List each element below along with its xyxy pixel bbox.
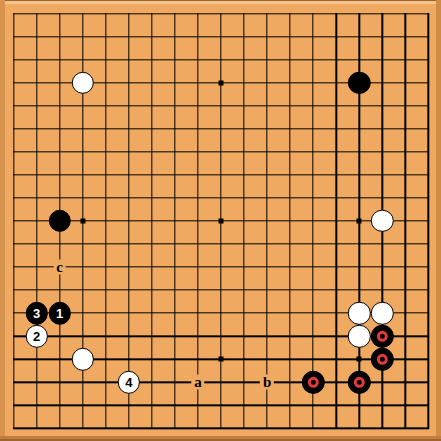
- grid-line-vertical: [289, 13, 290, 429]
- point-label-b: b: [260, 375, 274, 390]
- move-number: 3: [33, 307, 40, 320]
- stone-white-D4: [71, 348, 93, 370]
- star-point-Q10: [357, 218, 362, 223]
- go-board: 3124abc: [0, 0, 441, 441]
- star-point-D10: [80, 218, 85, 223]
- grid-line-vertical: [428, 13, 429, 429]
- grid-line-horizontal: [13, 243, 429, 244]
- stone-white-F3: 4: [118, 371, 140, 393]
- stone-white-R10: [371, 210, 393, 232]
- stone-white-R6: [371, 302, 393, 324]
- star-point-K4: [218, 357, 223, 362]
- grid-line-horizontal: [13, 428, 429, 429]
- stone-black-O3: [302, 371, 324, 393]
- stone-white-Q6: [348, 302, 370, 324]
- grid-line-horizontal: [13, 405, 429, 406]
- star-point-Q4: [357, 357, 362, 362]
- circle-mark-icon: [354, 377, 365, 388]
- board-surface: 3124abc: [0, 0, 441, 441]
- grid-line-horizontal: [13, 266, 429, 267]
- point-label-a: a: [191, 375, 205, 390]
- stone-black-Q16: [348, 71, 370, 93]
- circle-mark-icon: [377, 331, 388, 342]
- move-number: 4: [125, 376, 132, 389]
- stone-black-B6: 3: [25, 302, 47, 324]
- stone-black-Q3: [348, 371, 370, 393]
- move-number: 2: [33, 330, 40, 343]
- grid-line-vertical: [405, 13, 406, 429]
- grid-line-horizontal: [13, 289, 429, 290]
- stone-black-C10: [48, 210, 70, 232]
- circle-mark-icon: [308, 377, 319, 388]
- grid-line-vertical: [266, 13, 267, 429]
- star-point-K16: [218, 80, 223, 85]
- point-label-c: c: [53, 260, 66, 275]
- grid-line-vertical: [243, 13, 244, 429]
- grid-line-vertical: [312, 13, 313, 429]
- stone-black-R5: [371, 325, 393, 347]
- circle-mark-icon: [377, 354, 388, 365]
- stone-white-B5: 2: [25, 325, 47, 347]
- stone-white-D16: [71, 71, 93, 93]
- stone-black-R4: [371, 348, 393, 370]
- star-point-K10: [218, 218, 223, 223]
- grid-line-vertical: [336, 13, 337, 429]
- stone-black-C6: 1: [48, 302, 70, 324]
- stone-white-Q5: [348, 325, 370, 347]
- move-number: 1: [56, 307, 63, 320]
